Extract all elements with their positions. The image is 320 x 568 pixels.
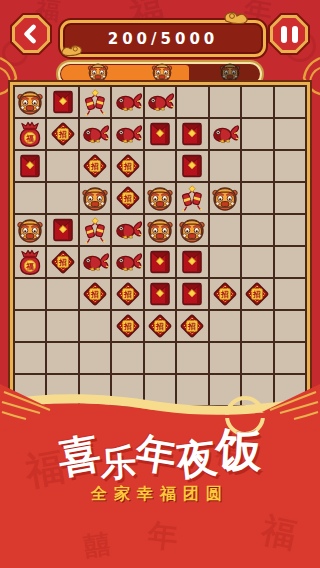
piece-lion-r5c1[interactable] — [15, 215, 45, 245]
piece-diamond-r8c6[interactable] — [177, 311, 207, 341]
piece-envelope-r7c6[interactable] — [177, 279, 207, 309]
piece-fish-r6c3[interactable] — [80, 247, 110, 277]
diamond-tile-icon — [48, 119, 78, 149]
cell-empty-r1c6 — [177, 87, 207, 117]
piece-lion-r1c1[interactable] — [15, 87, 45, 117]
curtain-red-area — [0, 410, 320, 568]
cell-empty-r8c2 — [47, 311, 77, 341]
pause-icon — [281, 26, 298, 43]
curtain-pattern-glyph: 福 — [22, 441, 68, 498]
cell-empty-r6c7 — [210, 247, 240, 277]
cell-empty-r7c2 — [47, 279, 77, 309]
cell-empty-r4c2 — [47, 183, 77, 213]
cell-empty-r3c2 — [47, 151, 77, 181]
piece-diamond-r8c4[interactable] — [112, 311, 142, 341]
piece-lion-r4c7[interactable] — [210, 183, 240, 213]
game-screen: 福 年 福 200/5000 — [0, 0, 320, 568]
piece-envelope-r3c1[interactable] — [15, 151, 45, 181]
lion-tile-icon — [15, 215, 45, 245]
diamond-tile-icon — [113, 151, 143, 181]
curtain-pattern-glyph: 年 — [146, 515, 180, 559]
lion-tile-icon — [80, 183, 110, 213]
lion-tile-icon — [145, 215, 175, 245]
cell-empty-r4c9 — [275, 183, 305, 213]
progress-marker-lion-2 — [150, 60, 174, 84]
cell-empty-r9c3 — [80, 343, 110, 373]
piece-lion-r4c3[interactable] — [80, 183, 110, 213]
cell-empty-r3c8 — [242, 151, 272, 181]
cell-empty-r1c9 — [275, 87, 305, 117]
firecracker-tile-icon — [80, 215, 110, 245]
envelope-tile-icon — [145, 119, 175, 149]
curtain-pattern-glyph: 福 — [212, 438, 243, 475]
gold-cloud-icon — [222, 7, 254, 24]
cell-empty-r10c2 — [47, 375, 77, 405]
piece-bag-r6c1[interactable] — [15, 247, 45, 277]
board-grid — [13, 85, 307, 407]
piece-fish-r6c4[interactable] — [112, 247, 142, 277]
piece-envelope-r3c6[interactable] — [177, 151, 207, 181]
diamond-tile-icon — [177, 311, 207, 341]
piece-fish-r1c4[interactable] — [112, 87, 142, 117]
cell-empty-r10c1 — [15, 375, 45, 405]
envelope-tile-icon — [15, 151, 45, 181]
envelope-tile-icon — [145, 279, 175, 309]
piece-fish-r2c7[interactable] — [210, 119, 240, 149]
firecracker-tile-icon — [80, 87, 110, 117]
piece-envelope-r2c6[interactable] — [177, 119, 207, 149]
envelope-tile-icon — [145, 247, 175, 277]
cell-empty-r8c8 — [242, 311, 272, 341]
cell-empty-r9c6 — [177, 343, 207, 373]
cell-empty-r8c3 — [80, 311, 110, 341]
diamond-tile-icon — [113, 183, 143, 213]
curtain-pattern-glyph: 福 — [258, 507, 301, 559]
lion-tile-icon — [145, 183, 175, 213]
cell-empty-r2c8 — [242, 119, 272, 149]
fish-tile-icon — [113, 215, 143, 245]
diamond-tile-icon — [113, 279, 143, 309]
envelope-tile-icon — [177, 279, 207, 309]
piece-bag-r2c1[interactable] — [15, 119, 45, 149]
bag-tile-icon — [15, 247, 45, 277]
chevron-left-icon — [18, 21, 44, 47]
fish-tile-icon — [113, 87, 143, 117]
piece-envelope-r2c5[interactable] — [145, 119, 175, 149]
cell-empty-r4c8 — [242, 183, 272, 213]
piece-envelope-r7c5[interactable] — [145, 279, 175, 309]
cell-empty-r10c4 — [112, 375, 142, 405]
cell-empty-r1c8 — [242, 87, 272, 117]
piece-diamond-r3c3[interactable] — [80, 151, 110, 181]
piece-diamond-r2c2[interactable] — [47, 119, 77, 149]
envelope-tile-icon — [177, 119, 207, 149]
diamond-tile-icon — [113, 311, 143, 341]
piece-firecracker-r4c6[interactable] — [177, 183, 207, 213]
piece-firecracker-r5c3[interactable] — [80, 215, 110, 245]
fish-tile-icon — [80, 119, 110, 149]
diamond-tile-icon — [80, 151, 110, 181]
cell-empty-r9c7 — [210, 343, 240, 373]
cell-empty-r10c8 — [242, 375, 272, 405]
fish-tile-icon — [210, 119, 240, 149]
curtain-title-char: 夜 — [173, 430, 219, 489]
diamond-tile-icon — [48, 247, 78, 277]
fish-tile-icon — [113, 119, 143, 149]
cell-empty-r9c8 — [242, 343, 272, 373]
diamond-tile-icon — [210, 279, 240, 309]
cell-empty-r9c1 — [15, 343, 45, 373]
cell-empty-r8c7 — [210, 311, 240, 341]
gold-cloud-icon — [56, 41, 84, 56]
envelope-tile-icon — [48, 215, 78, 245]
cell-empty-r6c8 — [242, 247, 272, 277]
piece-fish-r2c4[interactable] — [112, 119, 142, 149]
fish-tile-icon — [113, 247, 143, 277]
cell-empty-r5c8 — [242, 215, 272, 245]
piece-diamond-r3c4[interactable] — [112, 151, 142, 181]
curtain-title-char: 饭 — [215, 419, 264, 483]
piece-envelope-r6c6[interactable] — [177, 247, 207, 277]
curtain-title: 喜乐年夜饭 — [0, 422, 320, 484]
cell-empty-r7c1 — [15, 279, 45, 309]
envelope-tile-icon — [177, 151, 207, 181]
curtain-title-char: 年 — [132, 424, 180, 485]
progress-marker-lion-3 — [218, 60, 242, 84]
piece-diamond-r7c8[interactable] — [242, 279, 272, 309]
counter-banner: 200/5000 — [60, 20, 266, 57]
lion-tile-icon — [15, 87, 45, 117]
piece-firecracker-r1c3[interactable] — [80, 87, 110, 117]
lion-tile-icon — [177, 215, 207, 245]
lion-tile-icon — [210, 183, 240, 213]
cell-empty-r10c5 — [145, 375, 175, 405]
piece-diamond-r7c3[interactable] — [80, 279, 110, 309]
cell-empty-r10c3 — [80, 375, 110, 405]
fish-tile-icon — [145, 87, 175, 117]
cell-empty-r10c9 — [275, 375, 305, 405]
piece-fish-r1c5[interactable] — [145, 87, 175, 117]
progress-marker-lion-1 — [86, 60, 110, 84]
cell-empty-r9c9 — [275, 343, 305, 373]
cell-empty-r4c1 — [15, 183, 45, 213]
piece-diamond-r8c5[interactable] — [145, 311, 175, 341]
cell-empty-r9c4 — [112, 343, 142, 373]
cell-empty-r3c5 — [145, 151, 175, 181]
curtain-title-char: 乐 — [99, 438, 138, 489]
cell-empty-r10c7 — [210, 375, 240, 405]
diamond-tile-icon — [145, 311, 175, 341]
counter-text: 200/5000 — [108, 30, 219, 48]
piece-lion-r5c5[interactable] — [145, 215, 175, 245]
cell-empty-r9c2 — [47, 343, 77, 373]
cell-empty-r7c9 — [275, 279, 305, 309]
curtain-pattern-glyph: 囍 — [82, 526, 113, 564]
diamond-tile-icon — [242, 279, 272, 309]
cell-empty-r5c7 — [210, 215, 240, 245]
piece-fish-r5c4[interactable] — [112, 215, 142, 245]
diamond-tile-icon — [80, 279, 110, 309]
piece-envelope-r5c2[interactable] — [47, 215, 77, 245]
cell-empty-r6c9 — [275, 247, 305, 277]
piece-diamond-r7c4[interactable] — [112, 279, 142, 309]
game-board — [10, 82, 310, 410]
cell-empty-r3c9 — [275, 151, 305, 181]
cell-empty-r2c9 — [275, 119, 305, 149]
curtain-title-char: 喜 — [54, 425, 105, 487]
cell-empty-r9c5 — [145, 343, 175, 373]
piece-lion-r5c6[interactable] — [177, 215, 207, 245]
piece-diamond-r6c2[interactable] — [47, 247, 77, 277]
piece-fish-r2c3[interactable] — [80, 119, 110, 149]
piece-envelope-r6c5[interactable] — [145, 247, 175, 277]
cell-empty-r5c9 — [275, 215, 305, 245]
piece-lion-r4c5[interactable] — [145, 183, 175, 213]
piece-diamond-r4c4[interactable] — [112, 183, 142, 213]
bag-tile-icon — [15, 119, 45, 149]
envelope-tile-icon — [177, 247, 207, 277]
curtain-subtitle: 全家幸福团圆 — [0, 484, 320, 505]
cell-empty-r1c7 — [210, 87, 240, 117]
cell-empty-r8c1 — [15, 311, 45, 341]
cell-empty-r8c9 — [275, 311, 305, 341]
firecracker-tile-icon — [177, 183, 207, 213]
piece-envelope-r1c2[interactable] — [47, 87, 77, 117]
piece-diamond-r7c7[interactable] — [210, 279, 240, 309]
cell-empty-r10c6 — [177, 375, 207, 405]
fish-tile-icon — [80, 247, 110, 277]
cell-empty-r3c7 — [210, 151, 240, 181]
envelope-tile-icon — [48, 87, 78, 117]
